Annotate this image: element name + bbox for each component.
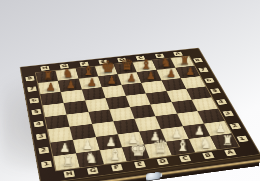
file-label-bottom-h: H [64, 170, 76, 178]
white-pawn-h2: ♟ [53, 142, 76, 154]
black-bishop-c8: ♝ [137, 58, 157, 71]
white-bishop-c1: ♝ [171, 138, 194, 153]
file-label-bottom-b: B [202, 152, 214, 159]
square-d4 [130, 105, 156, 119]
white-rook-a1: ♜ [216, 134, 239, 147]
black-queen-d8: ♛ [117, 58, 137, 73]
white-knight-b1: ♞ [194, 136, 217, 150]
square-f1: ♝ [99, 147, 126, 164]
file-label-bottom-a: A [224, 149, 236, 156]
black-king-e8: ♚ [98, 59, 118, 75]
product-photo-chess-set: ♜♞♝♚♛♝♞♜♟♟♟♟♟♟♟♟♟♟♟♟♟♟♟♟♜♞♝♚♛♝♞♜ HH88GG7… [0, 0, 260, 181]
square-h7: ♟ [38, 81, 61, 94]
clasp [146, 172, 160, 181]
rank-label-left-6: 6 [29, 98, 39, 104]
square-a6 [180, 76, 205, 89]
white-queen-d1: ♛ [149, 138, 172, 156]
black-pawn-a7: ♟ [180, 66, 200, 76]
file-label-bottom-f: F [111, 164, 123, 171]
square-f7: ♟ [78, 77, 101, 90]
rank-label-left-4: 4 [34, 121, 44, 127]
white-knight-g1: ♞ [80, 151, 104, 165]
square-h6 [40, 92, 63, 106]
file-label-bottom-c: C [179, 155, 191, 162]
square-g7: ♟ [58, 79, 81, 92]
rank-label-left-7: 7 [27, 87, 37, 93]
square-g6 [61, 89, 85, 102]
black-pawn-e7: ♟ [101, 75, 121, 86]
rank-label-right-4: 4 [216, 99, 227, 105]
rank-label-left-1: 1 [41, 161, 52, 168]
file-label-bottom-d: D [157, 158, 169, 165]
black-rook-h8: ♜ [38, 70, 58, 81]
black-pawn-f7: ♟ [81, 77, 101, 88]
rank-label-right-6: 6 [204, 78, 215, 83]
rank-label-left-5: 5 [31, 109, 41, 115]
black-bishop-f8: ♝ [78, 64, 98, 77]
rank-label-right-3: 3 [222, 111, 234, 117]
black-pawn-c7: ♟ [141, 70, 161, 80]
white-bishop-f1: ♝ [103, 147, 127, 163]
square-d5 [126, 93, 151, 107]
black-pawn-d7: ♟ [121, 73, 141, 83]
rank-label-left-2: 2 [38, 147, 49, 154]
rank-label-left-3: 3 [36, 134, 47, 141]
black-pawn-g7: ♟ [61, 79, 82, 90]
square-g1: ♞ [76, 150, 103, 167]
black-pawn-h7: ♟ [40, 82, 61, 93]
black-knight-g8: ♞ [58, 67, 78, 79]
white-king-e1: ♚ [126, 140, 149, 159]
rank-label-left-8: 8 [25, 76, 34, 81]
file-label-bottom-e: E [134, 161, 146, 168]
black-pawn-b7: ♟ [160, 68, 180, 78]
rank-label-right-5: 5 [210, 88, 221, 94]
white-rook-h1: ♜ [56, 155, 80, 168]
file-label-bottom-g: G [87, 167, 99, 175]
square-h1: ♜ [53, 153, 80, 170]
